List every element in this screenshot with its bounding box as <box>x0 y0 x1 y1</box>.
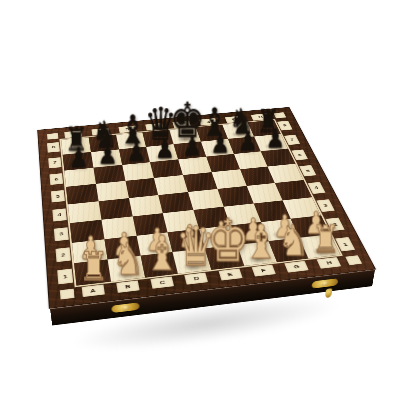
piece-black-pawn[interactable]: ♟ <box>126 138 146 165</box>
piece-white-knight[interactable]: ♞ <box>112 237 145 281</box>
chessboard-3d-scene: ABCDEFGH ABCDEFGH 87654321 87654321 ♜♞♝♛… <box>37 107 376 309</box>
square-e5[interactable] <box>183 172 217 192</box>
piece-white-queen[interactable]: ♛ <box>175 219 215 273</box>
product-photo-stage: ABCDEFGH ABCDEFGH 87654321 87654321 ♜♞♝♛… <box>0 0 400 400</box>
piece-black-pawn[interactable]: ♟ <box>238 127 258 154</box>
square-d7[interactable]: ♟ <box>146 144 178 162</box>
piece-white-knight[interactable]: ♞ <box>278 219 310 262</box>
square-h7[interactable]: ♟ <box>254 134 288 151</box>
piece-white-bishop[interactable]: ♝ <box>144 230 179 278</box>
piece-black-pawn[interactable]: ♟ <box>155 135 175 162</box>
square-d4[interactable] <box>158 192 193 213</box>
piece-black-pawn[interactable]: ♟ <box>69 143 89 170</box>
clasp-knob <box>321 281 328 287</box>
square-a1[interactable]: ♜ <box>74 260 111 286</box>
brass-clasp-right-icon <box>312 278 339 288</box>
square-c7[interactable]: ♟ <box>119 147 150 165</box>
corner-plaque <box>47 133 59 140</box>
square-b1[interactable]: ♞ <box>107 256 144 282</box>
clasp-knob <box>122 305 129 311</box>
piece-black-pawn[interactable]: ♟ <box>265 125 285 152</box>
brass-clasp-left-icon <box>111 302 139 313</box>
square-c5[interactable] <box>125 178 158 198</box>
piece-white-rook[interactable]: ♜ <box>311 220 339 258</box>
piece-black-pawn[interactable]: ♟ <box>210 130 230 157</box>
piece-black-pawn[interactable]: ♟ <box>183 132 203 159</box>
square-a5[interactable] <box>66 184 98 204</box>
square-h5[interactable] <box>268 164 304 183</box>
rank-label-left-1: 1 <box>56 265 75 290</box>
square-f5[interactable] <box>211 169 246 189</box>
corner-plaque <box>59 288 74 299</box>
square-c1[interactable]: ♝ <box>140 252 178 277</box>
piece-black-pawn[interactable]: ♟ <box>98 140 118 167</box>
piece-white-rook[interactable]: ♜ <box>79 246 108 286</box>
